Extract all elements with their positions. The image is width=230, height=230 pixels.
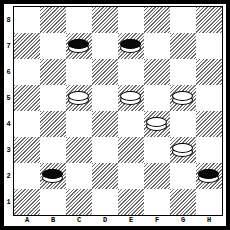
piece-top-surface	[172, 143, 193, 153]
black-man-E7[interactable]	[120, 39, 141, 53]
square-H5[interactable]	[196, 85, 222, 111]
file-label-G: G	[170, 215, 196, 225]
piece-top-surface	[42, 169, 63, 179]
rank-label-1: 1	[4, 189, 13, 215]
square-F3[interactable]	[144, 137, 170, 163]
piece-top-surface	[198, 169, 219, 179]
rank-label-8: 8	[4, 7, 13, 33]
square-C2[interactable]	[66, 163, 92, 189]
rank-labels: 87654321	[4, 7, 13, 215]
square-G6[interactable]	[170, 59, 196, 85]
square-E7[interactable]	[118, 33, 144, 59]
square-H1[interactable]	[196, 189, 222, 215]
rank-label-7: 7	[4, 33, 13, 59]
square-H2[interactable]	[196, 163, 222, 189]
piece-top-surface	[68, 39, 89, 49]
white-man-G3[interactable]	[172, 143, 193, 157]
square-F6[interactable]	[144, 59, 170, 85]
square-B6[interactable]	[40, 59, 66, 85]
piece-top-surface	[120, 91, 141, 101]
white-man-E5[interactable]	[120, 91, 141, 105]
square-A6[interactable]	[14, 59, 40, 85]
file-labels: ABCDEFGH	[14, 215, 222, 225]
square-C5[interactable]	[66, 85, 92, 111]
square-B4[interactable]	[40, 111, 66, 137]
white-man-G5[interactable]	[172, 91, 193, 105]
black-man-B2[interactable]	[42, 169, 63, 183]
black-man-H2[interactable]	[198, 169, 219, 183]
square-A1[interactable]	[14, 189, 40, 215]
square-D8[interactable]	[92, 7, 118, 33]
square-F7[interactable]	[144, 33, 170, 59]
square-A3[interactable]	[14, 137, 40, 163]
square-F4[interactable]	[144, 111, 170, 137]
checkers-diagram: 87654321 ABCDEFGH	[0, 0, 230, 230]
rank-label-3: 3	[4, 137, 13, 163]
piece-top-surface	[146, 117, 167, 127]
square-H6[interactable]	[196, 59, 222, 85]
square-E1[interactable]	[118, 189, 144, 215]
square-E4[interactable]	[118, 111, 144, 137]
white-man-C5[interactable]	[68, 91, 89, 105]
square-G2[interactable]	[170, 163, 196, 189]
square-G4[interactable]	[170, 111, 196, 137]
square-C7[interactable]	[66, 33, 92, 59]
square-G5[interactable]	[170, 85, 196, 111]
white-man-F4[interactable]	[146, 117, 167, 131]
file-label-D: D	[92, 215, 118, 225]
square-E5[interactable]	[118, 85, 144, 111]
square-E2[interactable]	[118, 163, 144, 189]
square-H3[interactable]	[196, 137, 222, 163]
piece-top-surface	[172, 91, 193, 101]
square-D2[interactable]	[92, 163, 118, 189]
square-C4[interactable]	[66, 111, 92, 137]
rank-label-5: 5	[4, 85, 13, 111]
square-D7[interactable]	[92, 33, 118, 59]
black-man-C7[interactable]	[68, 39, 89, 53]
square-G1[interactable]	[170, 189, 196, 215]
square-H7[interactable]	[196, 33, 222, 59]
square-H4[interactable]	[196, 111, 222, 137]
square-B1[interactable]	[40, 189, 66, 215]
file-label-F: F	[144, 215, 170, 225]
file-label-A: A	[14, 215, 40, 225]
piece-top-surface	[120, 39, 141, 49]
square-G3[interactable]	[170, 137, 196, 163]
file-label-C: C	[66, 215, 92, 225]
square-E8[interactable]	[118, 7, 144, 33]
square-A4[interactable]	[14, 111, 40, 137]
square-C1[interactable]	[66, 189, 92, 215]
square-B2[interactable]	[40, 163, 66, 189]
piece-top-surface	[68, 91, 89, 101]
square-D5[interactable]	[92, 85, 118, 111]
square-F1[interactable]	[144, 189, 170, 215]
square-A5[interactable]	[14, 85, 40, 111]
square-B5[interactable]	[40, 85, 66, 111]
square-A2[interactable]	[14, 163, 40, 189]
square-F2[interactable]	[144, 163, 170, 189]
file-label-E: E	[118, 215, 144, 225]
rank-label-6: 6	[4, 59, 13, 85]
file-label-B: B	[40, 215, 66, 225]
square-C6[interactable]	[66, 59, 92, 85]
square-B8[interactable]	[40, 7, 66, 33]
square-G7[interactable]	[170, 33, 196, 59]
square-F8[interactable]	[144, 7, 170, 33]
square-A8[interactable]	[14, 7, 40, 33]
square-F5[interactable]	[144, 85, 170, 111]
square-C3[interactable]	[66, 137, 92, 163]
square-D4[interactable]	[92, 111, 118, 137]
square-E6[interactable]	[118, 59, 144, 85]
square-E3[interactable]	[118, 137, 144, 163]
board	[13, 6, 223, 216]
file-label-H: H	[196, 215, 222, 225]
rank-label-4: 4	[4, 111, 13, 137]
square-B3[interactable]	[40, 137, 66, 163]
square-B7[interactable]	[40, 33, 66, 59]
square-H8[interactable]	[196, 7, 222, 33]
square-D6[interactable]	[92, 59, 118, 85]
square-G8[interactable]	[170, 7, 196, 33]
square-D3[interactable]	[92, 137, 118, 163]
square-C8[interactable]	[66, 7, 92, 33]
square-A7[interactable]	[14, 33, 40, 59]
rank-label-2: 2	[4, 163, 13, 189]
square-D1[interactable]	[92, 189, 118, 215]
